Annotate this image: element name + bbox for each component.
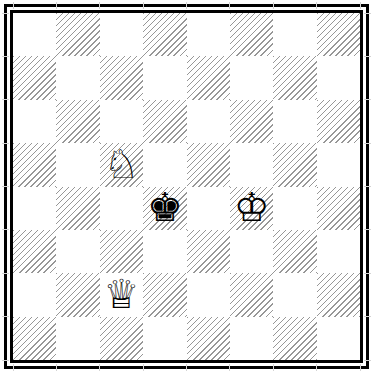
square-g4[interactable] xyxy=(273,187,316,230)
border-tick xyxy=(99,364,100,371)
square-b1[interactable] xyxy=(56,317,99,360)
black-king-piece[interactable]: ♚ xyxy=(147,187,183,227)
square-e3[interactable] xyxy=(187,230,230,273)
border-tick xyxy=(13,364,14,371)
square-d1[interactable] xyxy=(143,317,186,360)
border-tick xyxy=(2,56,9,57)
square-h7[interactable] xyxy=(317,56,360,99)
border-tick xyxy=(2,143,9,144)
square-d7[interactable] xyxy=(143,56,186,99)
square-a6[interactable] xyxy=(13,100,56,143)
square-c4[interactable] xyxy=(100,187,143,230)
border-tick xyxy=(364,316,371,317)
square-h1[interactable] xyxy=(317,317,360,360)
border-tick xyxy=(2,229,9,230)
border-tick xyxy=(273,364,274,371)
square-d3[interactable] xyxy=(143,230,186,273)
border-tick xyxy=(360,364,361,371)
square-f4[interactable]: ♔ xyxy=(230,187,273,230)
square-a4[interactable] xyxy=(13,187,56,230)
white-knight-piece[interactable]: ♘ xyxy=(104,144,140,184)
border-tick xyxy=(2,186,9,187)
border-tick xyxy=(186,364,187,371)
square-d2[interactable] xyxy=(143,273,186,316)
square-f2[interactable] xyxy=(230,273,273,316)
square-f1[interactable] xyxy=(230,317,273,360)
square-d6[interactable] xyxy=(143,100,186,143)
square-e5[interactable] xyxy=(187,143,230,186)
border-tick xyxy=(2,360,9,361)
square-h3[interactable] xyxy=(317,230,360,273)
square-b8[interactable] xyxy=(56,13,99,56)
border-tick xyxy=(316,364,317,371)
square-g5[interactable] xyxy=(273,143,316,186)
square-f6[interactable] xyxy=(230,100,273,143)
square-a5[interactable] xyxy=(13,143,56,186)
square-e8[interactable] xyxy=(187,13,230,56)
chess-diagram: ♘♚♔♕ xyxy=(0,0,373,373)
border-tick xyxy=(2,273,9,274)
border-tick xyxy=(229,364,230,371)
border-tick xyxy=(143,364,144,371)
square-h6[interactable] xyxy=(317,100,360,143)
square-b4[interactable] xyxy=(56,187,99,230)
square-g1[interactable] xyxy=(273,317,316,360)
square-d4[interactable]: ♚ xyxy=(143,187,186,230)
border-tick xyxy=(364,56,371,57)
square-d5[interactable] xyxy=(143,143,186,186)
border-tick xyxy=(316,2,317,9)
square-h2[interactable] xyxy=(317,273,360,316)
square-e4[interactable] xyxy=(187,187,230,230)
border-tick xyxy=(2,316,9,317)
square-g2[interactable] xyxy=(273,273,316,316)
square-c8[interactable] xyxy=(100,13,143,56)
square-c1[interactable] xyxy=(100,317,143,360)
border-tick xyxy=(13,2,14,9)
square-b2[interactable] xyxy=(56,273,99,316)
border-tick xyxy=(364,229,371,230)
border-tick xyxy=(2,13,9,14)
border-tick xyxy=(364,13,371,14)
square-c5[interactable]: ♘ xyxy=(100,143,143,186)
square-f3[interactable] xyxy=(230,230,273,273)
square-c2[interactable]: ♕ xyxy=(100,273,143,316)
square-g7[interactable] xyxy=(273,56,316,99)
border-tick xyxy=(2,99,9,100)
border-tick xyxy=(99,2,100,9)
border-tick xyxy=(364,99,371,100)
square-f8[interactable] xyxy=(230,13,273,56)
border-tick xyxy=(364,273,371,274)
square-b5[interactable] xyxy=(56,143,99,186)
white-king-piece[interactable]: ♔ xyxy=(234,187,270,227)
border-tick xyxy=(364,143,371,144)
border-tick xyxy=(273,2,274,9)
square-c6[interactable] xyxy=(100,100,143,143)
square-e6[interactable] xyxy=(187,100,230,143)
square-a1[interactable] xyxy=(13,317,56,360)
square-f7[interactable] xyxy=(230,56,273,99)
square-g3[interactable] xyxy=(273,230,316,273)
square-e1[interactable] xyxy=(187,317,230,360)
border-tick xyxy=(360,2,361,9)
square-g8[interactable] xyxy=(273,13,316,56)
border-tick xyxy=(229,2,230,9)
square-h8[interactable] xyxy=(317,13,360,56)
square-e2[interactable] xyxy=(187,273,230,316)
border-tick xyxy=(56,364,57,371)
border-tick xyxy=(56,2,57,9)
border-tick xyxy=(364,360,371,361)
square-b3[interactable] xyxy=(56,230,99,273)
square-d8[interactable] xyxy=(143,13,186,56)
square-f5[interactable] xyxy=(230,143,273,186)
square-a7[interactable] xyxy=(13,56,56,99)
square-a8[interactable] xyxy=(13,13,56,56)
border-tick xyxy=(143,2,144,9)
square-g6[interactable] xyxy=(273,100,316,143)
white-queen-piece[interactable]: ♕ xyxy=(104,274,140,314)
square-c3[interactable] xyxy=(100,230,143,273)
square-b6[interactable] xyxy=(56,100,99,143)
square-a3[interactable] xyxy=(13,230,56,273)
square-h5[interactable] xyxy=(317,143,360,186)
square-e7[interactable] xyxy=(187,56,230,99)
border-tick xyxy=(186,2,187,9)
square-c7[interactable] xyxy=(100,56,143,99)
border-tick xyxy=(364,186,371,187)
square-h4[interactable] xyxy=(317,187,360,230)
square-b7[interactable] xyxy=(56,56,99,99)
board: ♘♚♔♕ xyxy=(10,10,363,363)
square-a2[interactable] xyxy=(13,273,56,316)
